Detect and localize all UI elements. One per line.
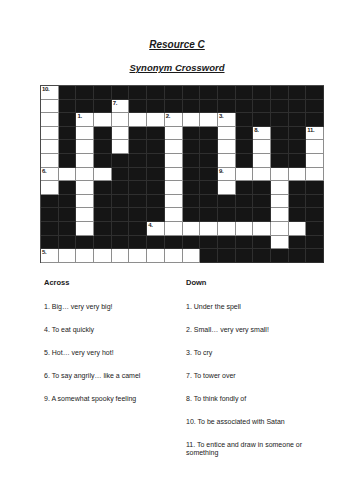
black-cell: [94, 127, 112, 141]
black-cell: [271, 113, 289, 127]
black-cell: [76, 86, 94, 100]
black-cell: [218, 100, 236, 114]
grid-cell[interactable]: [165, 140, 183, 154]
grid-cell[interactable]: 8.: [253, 127, 271, 141]
grid-cell[interactable]: 9.: [218, 168, 236, 182]
black-cell: [218, 249, 236, 263]
grid-cell[interactable]: [306, 168, 324, 182]
black-cell: [165, 86, 183, 100]
grid-cell[interactable]: [218, 181, 236, 195]
black-cell: [289, 195, 307, 209]
black-cell: [289, 127, 307, 141]
black-cell: [200, 100, 218, 114]
black-cell: [271, 127, 289, 141]
black-cell: [236, 249, 254, 263]
black-cell: [306, 195, 324, 209]
black-cell: [183, 154, 201, 168]
black-cell: [94, 100, 112, 114]
black-cell: [165, 236, 183, 250]
black-cell: [271, 86, 289, 100]
black-cell: [306, 181, 324, 195]
clue-item-across-4: 4. To eat quickly: [44, 326, 182, 335]
grid-cell[interactable]: [41, 100, 59, 114]
grid-cell[interactable]: [165, 249, 183, 263]
black-cell: [112, 195, 130, 209]
black-cell: [236, 154, 254, 168]
cell-number: 4.: [148, 222, 152, 229]
grid-cell[interactable]: [147, 249, 165, 263]
grid-cell[interactable]: [271, 168, 289, 182]
black-cell: [129, 154, 147, 168]
clue-item-down-1: 1. Under the spell: [186, 303, 322, 312]
grid-cell[interactable]: [183, 222, 201, 236]
grid-cell[interactable]: [253, 154, 271, 168]
black-cell: [183, 236, 201, 250]
black-cell: [59, 86, 77, 100]
grid-cell[interactable]: [76, 208, 94, 222]
grid-cell[interactable]: 5.: [41, 249, 59, 263]
grid-cell[interactable]: [183, 113, 201, 127]
black-cell: [183, 86, 201, 100]
page-subtitle: Synonym Crossword: [0, 62, 354, 73]
grid-cell[interactable]: [165, 195, 183, 209]
cell-number: 3.: [219, 113, 223, 120]
grid-cell[interactable]: [41, 113, 59, 127]
black-cell: [41, 222, 59, 236]
grid-cell[interactable]: [236, 168, 254, 182]
grid-cell[interactable]: [76, 168, 94, 182]
grid-cell[interactable]: [129, 113, 147, 127]
grid-cell[interactable]: [218, 222, 236, 236]
cell-number: 5.: [42, 249, 46, 256]
worksheet-page: Resource C Synonym Crossword 10.7.1.2.3.…: [0, 0, 354, 500]
black-cell: [253, 181, 271, 195]
black-cell: [147, 127, 165, 141]
black-cell: [112, 86, 130, 100]
black-cell: [253, 208, 271, 222]
grid-cell[interactable]: [41, 127, 59, 141]
black-cell: [147, 168, 165, 182]
black-cell: [200, 127, 218, 141]
grid-cell[interactable]: [271, 208, 289, 222]
page-subtitle-text: Synonym Crossword: [129, 62, 224, 73]
clue-item-down-11: 11. To entice and draw in someone or som…: [186, 441, 322, 458]
page-title: Resource C: [0, 39, 354, 50]
black-cell: [59, 181, 77, 195]
black-cell: [147, 140, 165, 154]
grid-cell[interactable]: [271, 195, 289, 209]
clue-item-across-5: 5. Hot… very very hot!: [44, 349, 182, 358]
black-cell: [183, 181, 201, 195]
grid-cell[interactable]: [41, 154, 59, 168]
black-cell: [306, 113, 324, 127]
black-cell: [271, 100, 289, 114]
grid-cell[interactable]: [218, 140, 236, 154]
black-cell: [236, 208, 254, 222]
grid-cell[interactable]: [271, 222, 289, 236]
black-cell: [41, 236, 59, 250]
clue-item-down-3: 3. To cry: [186, 349, 322, 358]
black-cell: [59, 113, 77, 127]
black-cell: [147, 195, 165, 209]
black-cell: [147, 154, 165, 168]
black-cell: [94, 140, 112, 154]
black-cell: [200, 168, 218, 182]
grid-cell[interactable]: [271, 181, 289, 195]
black-cell: [94, 208, 112, 222]
grid-cell[interactable]: [253, 222, 271, 236]
black-cell: [200, 140, 218, 154]
black-cell: [94, 222, 112, 236]
black-cell: [289, 208, 307, 222]
black-cell: [200, 181, 218, 195]
black-cell: [94, 154, 112, 168]
black-cell: [59, 208, 77, 222]
grid-cell[interactable]: [112, 113, 130, 127]
grid-cell[interactable]: [253, 140, 271, 154]
grid-cell[interactable]: 1.: [76, 113, 94, 127]
black-cell: [59, 236, 77, 250]
black-cell: [147, 86, 165, 100]
cell-number: 8.: [254, 127, 258, 134]
across-header: Across: [44, 279, 182, 288]
black-cell: [236, 100, 254, 114]
grid-cell[interactable]: [94, 249, 112, 263]
page-title-text: Resource C: [149, 39, 205, 50]
grid-cell[interactable]: [76, 249, 94, 263]
black-cell: [253, 249, 271, 263]
grid-cell[interactable]: [306, 140, 324, 154]
cell-number: 1.: [77, 113, 81, 120]
grid-cell[interactable]: 2.: [165, 113, 183, 127]
black-cell: [59, 154, 77, 168]
black-cell: [129, 195, 147, 209]
grid-cell[interactable]: [112, 127, 130, 141]
black-cell: [236, 195, 254, 209]
clue-item-down-8: 8. To think fondly of: [186, 395, 322, 404]
black-cell: [236, 140, 254, 154]
cell-number: 9.: [219, 168, 223, 175]
black-cell: [112, 181, 130, 195]
crossword-grid[interactable]: 10.7.1.2.3.8.11.6.9.4.5.: [40, 85, 324, 263]
black-cell: [289, 113, 307, 127]
grid-cell[interactable]: [200, 222, 218, 236]
black-cell: [271, 140, 289, 154]
grid-cell[interactable]: [76, 127, 94, 141]
black-cell: [94, 181, 112, 195]
grid-cell[interactable]: 6.: [41, 168, 59, 182]
grid-cell[interactable]: [253, 168, 271, 182]
grid-cell[interactable]: 10.: [41, 86, 59, 100]
black-cell: [200, 208, 218, 222]
clue-item-across-6: 6. To say angrily… like a camel: [44, 372, 182, 381]
black-cell: [218, 86, 236, 100]
grid-cell[interactable]: [236, 222, 254, 236]
black-cell: [306, 208, 324, 222]
black-cell: [129, 236, 147, 250]
black-cell: [41, 195, 59, 209]
clue-item-across-1: 1. Big… very very big!: [44, 303, 182, 312]
black-cell: [76, 100, 94, 114]
black-cell: [112, 208, 130, 222]
black-cell: [271, 249, 289, 263]
black-cell: [112, 168, 130, 182]
black-cell: [94, 236, 112, 250]
black-cell: [236, 86, 254, 100]
black-cell: [147, 208, 165, 222]
black-cell: [253, 236, 271, 250]
grid-cell[interactable]: [165, 168, 183, 182]
grid-cell[interactable]: [165, 222, 183, 236]
black-cell: [306, 249, 324, 263]
grid-cell[interactable]: [165, 181, 183, 195]
black-cell: [200, 249, 218, 263]
down-clues: Down 1. Under the spell2. Small… very ve…: [186, 279, 322, 472]
grid-cell[interactable]: [76, 140, 94, 154]
cell-number: 2.: [166, 113, 170, 120]
grid-cell[interactable]: 4.: [147, 222, 165, 236]
grid-cell[interactable]: [147, 113, 165, 127]
black-cell: [183, 208, 201, 222]
black-cell: [200, 154, 218, 168]
grid-cell[interactable]: [59, 249, 77, 263]
black-cell: [253, 113, 271, 127]
black-cell: [306, 86, 324, 100]
black-cell: [306, 100, 324, 114]
grid-cell[interactable]: [129, 249, 147, 263]
black-cell: [271, 154, 289, 168]
down-header: Down: [186, 279, 322, 288]
black-cell: [306, 222, 324, 236]
grid-cell[interactable]: [200, 113, 218, 127]
clue-item-down-7: 7. To tower over: [186, 372, 322, 381]
black-cell: [200, 236, 218, 250]
black-cell: [129, 127, 147, 141]
grid-cell[interactable]: [271, 236, 289, 250]
grid-cell[interactable]: [289, 168, 307, 182]
black-cell: [200, 86, 218, 100]
grid-cell[interactable]: [112, 140, 130, 154]
grid-cell[interactable]: 7.: [112, 100, 130, 114]
black-cell: [94, 195, 112, 209]
grid-cell[interactable]: [165, 154, 183, 168]
black-cell: [59, 195, 77, 209]
grid-cell[interactable]: [41, 140, 59, 154]
black-cell: [147, 181, 165, 195]
black-cell: [289, 154, 307, 168]
black-cell: [147, 100, 165, 114]
black-cell: [129, 222, 147, 236]
black-cell: [112, 222, 130, 236]
black-cell: [289, 140, 307, 154]
grid-cell[interactable]: [76, 222, 94, 236]
grid-cell[interactable]: [218, 154, 236, 168]
black-cell: [183, 168, 201, 182]
grid-cell[interactable]: [183, 249, 201, 263]
black-cell: [289, 236, 307, 250]
grid-cell[interactable]: [289, 222, 307, 236]
black-cell: [129, 86, 147, 100]
black-cell: [200, 195, 218, 209]
grid-cell[interactable]: [59, 168, 77, 182]
grid-cell[interactable]: [94, 168, 112, 182]
black-cell: [218, 195, 236, 209]
black-cell: [112, 154, 130, 168]
clue-item-across-9: 9. A somewhat spooky feeling: [44, 395, 182, 404]
black-cell: [289, 181, 307, 195]
cell-number: 6.: [42, 168, 46, 175]
grid-cell[interactable]: [94, 113, 112, 127]
black-cell: [218, 208, 236, 222]
grid-cell[interactable]: [76, 195, 94, 209]
grid-cell[interactable]: [165, 127, 183, 141]
black-cell: [129, 181, 147, 195]
grid-cell[interactable]: 11.: [306, 127, 324, 141]
black-cell: [129, 208, 147, 222]
black-cell: [218, 236, 236, 250]
black-cell: [129, 168, 147, 182]
black-cell: [59, 222, 77, 236]
grid-cell[interactable]: [165, 208, 183, 222]
grid-cell[interactable]: [218, 127, 236, 141]
across-clues: Across 1. Big… very very big!4. To eat q…: [44, 279, 182, 418]
black-cell: [253, 195, 271, 209]
black-cell: [289, 249, 307, 263]
black-cell: [41, 208, 59, 222]
black-cell: [76, 236, 94, 250]
black-cell: [289, 86, 307, 100]
grid-cell[interactable]: 3.: [218, 113, 236, 127]
black-cell: [129, 100, 147, 114]
black-cell: [59, 100, 77, 114]
black-cell: [236, 113, 254, 127]
grid-cell[interactable]: [112, 249, 130, 263]
black-cell: [147, 236, 165, 250]
cell-number: 10.: [42, 86, 49, 93]
grid-cell[interactable]: [76, 181, 94, 195]
black-cell: [183, 127, 201, 141]
cell-number: 11.: [307, 127, 314, 134]
black-cell: [253, 100, 271, 114]
black-cell: [306, 236, 324, 250]
black-cell: [183, 100, 201, 114]
black-cell: [236, 127, 254, 141]
black-cell: [94, 86, 112, 100]
black-cell: [183, 140, 201, 154]
black-cell: [129, 140, 147, 154]
clue-item-down-2: 2. Small… very very small!: [186, 326, 322, 335]
black-cell: [183, 195, 201, 209]
black-cell: [253, 86, 271, 100]
black-cell: [289, 100, 307, 114]
grid-cell[interactable]: [76, 154, 94, 168]
black-cell: [236, 181, 254, 195]
grid-cell[interactable]: [41, 181, 59, 195]
cell-number: 7.: [113, 100, 117, 107]
black-cell: [112, 236, 130, 250]
black-cell: [59, 140, 77, 154]
black-cell: [236, 236, 254, 250]
black-cell: [59, 127, 77, 141]
black-cell: [165, 100, 183, 114]
grid-cell[interactable]: [306, 154, 324, 168]
clue-item-down-10: 10. To be associated with Satan: [186, 418, 322, 427]
